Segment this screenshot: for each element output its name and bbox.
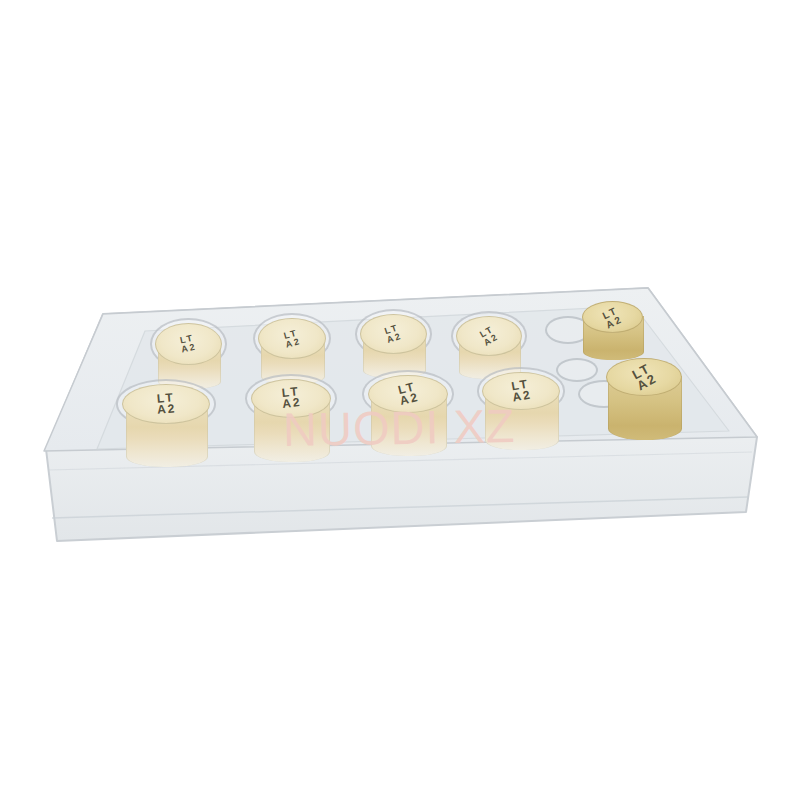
ingot-back-1: LTA2 (155, 323, 222, 365)
ingot-top: LTA2 (606, 358, 682, 396)
ingot-top: LTA2 (155, 323, 222, 365)
ingot-top: LTA2 (360, 314, 427, 354)
ingot-top: LTA2 (456, 316, 522, 356)
ingot-tan-1: LTA2 (582, 301, 643, 333)
ingot-back-4: LTA2 (456, 316, 522, 356)
watermark-text: NUODI XZ (283, 398, 516, 457)
ingot-front-1: LTA2 (122, 384, 210, 424)
ingot-back-3: LTA2 (360, 314, 427, 354)
ingot-top: LTA2 (122, 384, 210, 424)
ingot-top: LTA2 (582, 301, 643, 333)
ingot-back-2: LTA2 (258, 318, 326, 359)
ingot-top: LTA2 (258, 318, 326, 359)
product-photo: LTA2 LTA2 LTA2 LTA2 (0, 0, 800, 800)
ingot-label: LTA2 (142, 368, 190, 440)
empty-slot-ring (556, 358, 598, 382)
ingot-tan-2: LTA2 (606, 358, 682, 396)
